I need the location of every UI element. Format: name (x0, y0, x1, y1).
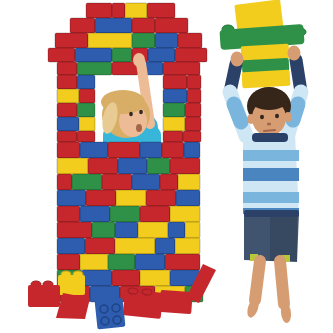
left-column-bricks-brick (77, 75, 95, 89)
wall-bricks-brick (82, 270, 112, 286)
shorts-shading (270, 212, 297, 261)
wall-bricks-brick (80, 142, 108, 158)
wall-bricks-brick (132, 174, 160, 190)
left-column-bricks (57, 75, 95, 142)
right-column-bricks-brick (163, 89, 187, 103)
roof-bricks-brick (163, 62, 200, 75)
wall-bricks-brick (57, 174, 72, 190)
wall-bricks-brick (57, 206, 80, 222)
roof-bricks-brick (86, 3, 112, 18)
roof-bricks (48, 3, 207, 75)
wall-bricks-brick (147, 158, 170, 174)
wall-bricks-brick (170, 206, 200, 222)
red-brick (28, 285, 60, 307)
hair-front (250, 90, 288, 110)
wall-bricks-brick (116, 190, 146, 206)
wall-bricks-brick (140, 142, 162, 158)
right-column-bricks-brick (163, 75, 187, 89)
red-brick (159, 290, 192, 314)
roof-bricks-brick (55, 33, 88, 48)
right-child (230, 46, 301, 324)
wall-bricks-brick (115, 222, 138, 238)
waistband (244, 210, 299, 217)
right-column-bricks-brick (185, 117, 201, 131)
right-column-bricks-brick (185, 103, 201, 117)
stud (100, 305, 108, 313)
wall-bricks-brick (185, 222, 200, 238)
wall-bricks-brick (108, 142, 140, 158)
roof-bricks-brick (88, 33, 132, 48)
roof-bricks-brick (132, 33, 155, 48)
wall-bricks-brick (118, 158, 147, 174)
leg-left (255, 261, 260, 300)
arm-stripe-left (234, 104, 241, 122)
roof-bricks-brick (155, 33, 178, 48)
roof-bricks-brick (148, 48, 175, 62)
roof-bricks-brick (77, 62, 112, 75)
yellow-brick (242, 70, 291, 88)
roof-bricks-brick (155, 18, 188, 33)
left-column-bricks-brick (57, 131, 77, 142)
left-column-bricks-brick (57, 89, 79, 103)
yellow-brick (58, 275, 85, 295)
wall-bricks-brick (178, 174, 200, 190)
left-column-bricks-brick (77, 131, 95, 142)
roof-bricks-brick (70, 18, 95, 33)
wall-bricks-brick (57, 190, 86, 206)
shirt-stripe (243, 168, 299, 181)
right-column-bricks-brick (163, 103, 185, 117)
hand-right (288, 46, 301, 61)
wall-bricks-brick (162, 142, 184, 158)
roof-bricks-brick (175, 48, 207, 62)
wall-bricks-brick (146, 190, 176, 206)
wall-bricks-brick (57, 222, 92, 238)
arm-stripe-right (293, 104, 298, 120)
wall-bricks-brick (88, 158, 118, 174)
left-column-bricks-brick (77, 103, 95, 117)
roof-bricks-brick (75, 48, 112, 62)
blue-cube-brick (95, 298, 126, 330)
left-column-bricks-brick (57, 75, 77, 89)
right-column-bricks-brick (163, 117, 185, 131)
left-column-bricks-brick (57, 117, 79, 131)
roof-bricks-brick (112, 3, 125, 18)
mouth (264, 130, 275, 131)
eye-left (129, 112, 133, 116)
wall-bricks-brick (168, 222, 185, 238)
wall-bricks-brick (86, 190, 116, 206)
wall-bricks-brick (92, 222, 115, 238)
wall-bricks-brick (57, 238, 85, 254)
wall-bricks-brick (80, 254, 108, 270)
stud (101, 317, 109, 325)
shirt-stripe (243, 150, 299, 161)
nose (267, 122, 271, 125)
wall-bricks-brick (155, 238, 175, 254)
eye-right (139, 110, 143, 114)
roof-bricks-brick (178, 33, 202, 48)
mouth-open (136, 124, 142, 132)
hand (133, 53, 145, 67)
wall-bricks-brick (102, 174, 132, 190)
wall-bricks-brick (57, 158, 88, 174)
wall-bricks-brick (175, 238, 200, 254)
shirt-stripe (243, 192, 299, 203)
wall-bricks-brick (115, 238, 155, 254)
wall-bricks-brick (135, 254, 165, 270)
roof-bricks-brick (48, 48, 75, 62)
right-column-bricks (163, 75, 201, 142)
wall-bricks-brick (184, 142, 200, 158)
roof-bricks-brick (125, 3, 147, 18)
collar (252, 133, 288, 142)
right-column-bricks-brick (187, 75, 201, 89)
wall-bricks-brick (110, 206, 140, 222)
wall-bricks-brick (72, 174, 102, 190)
roof-bricks-brick (112, 48, 132, 62)
blocks-scene-svg (0, 0, 333, 333)
product-photo (0, 0, 333, 333)
roof-bricks-brick (57, 62, 77, 75)
eye-right (275, 114, 279, 119)
left-column-bricks-brick (57, 103, 77, 117)
roof-bricks-brick (147, 3, 175, 18)
roof-bricks-brick (132, 18, 155, 33)
wall-bricks-brick (138, 222, 168, 238)
wall-bricks-brick (57, 254, 80, 270)
leg-right (280, 261, 284, 304)
left-column-bricks-brick (79, 89, 95, 103)
wall-bricks-brick (160, 174, 178, 190)
stud (112, 304, 120, 312)
wall-bricks-brick (85, 238, 115, 254)
wall-bricks-brick (80, 206, 110, 222)
left-column-bricks-brick (79, 117, 95, 131)
wall-bricks-brick (112, 270, 140, 286)
wall-bricks-brick (176, 190, 200, 206)
wall-bricks-brick (140, 206, 170, 222)
wall-bricks-brick (108, 254, 135, 270)
right-column-bricks-brick (187, 89, 201, 103)
eye-left (260, 115, 264, 120)
right-column-bricks-brick (183, 131, 201, 142)
stud (113, 316, 121, 324)
wall-bricks-brick (170, 158, 200, 174)
hand-left (231, 52, 244, 67)
wall-bricks-brick (140, 270, 170, 286)
right-column-bricks-brick (163, 131, 183, 142)
wall-bricks-brick (165, 254, 200, 270)
roof-bricks-brick (95, 18, 132, 33)
wall-bricks-brick (57, 142, 80, 158)
